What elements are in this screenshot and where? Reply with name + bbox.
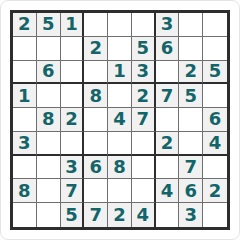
cell-r7c6[interactable] (132, 156, 156, 180)
cell-r6c2[interactable] (37, 132, 61, 156)
cell-r5c4[interactable] (84, 108, 108, 132)
cell-r3c9[interactable]: 5 (203, 61, 227, 85)
cell-r3c8[interactable]: 2 (179, 61, 203, 85)
cell-r5c2[interactable]: 8 (37, 108, 61, 132)
cell-r6c1[interactable]: 3 (13, 132, 37, 156)
cell-r4c2[interactable] (37, 84, 61, 108)
cell-r9c6[interactable]: 4 (132, 203, 156, 227)
cell-r8c6[interactable] (132, 179, 156, 203)
cell-r3c4[interactable] (84, 61, 108, 85)
cell-r8c7[interactable]: 4 (156, 179, 180, 203)
cell-r7c8[interactable]: 7 (179, 156, 203, 180)
cell-r8c3[interactable]: 7 (61, 179, 85, 203)
cell-r6c7[interactable]: 2 (156, 132, 180, 156)
cell-r6c9[interactable]: 4 (203, 132, 227, 156)
sudoku-board: 251325661325182758247632436878746257243 (10, 10, 230, 230)
cell-r2c4[interactable]: 2 (84, 37, 108, 61)
cell-r9c3[interactable]: 5 (61, 203, 85, 227)
cell-r7c7[interactable] (156, 156, 180, 180)
cell-r4c7[interactable]: 7 (156, 84, 180, 108)
cell-r7c2[interactable] (37, 156, 61, 180)
cell-r5c3[interactable]: 2 (61, 108, 85, 132)
cell-r1c8[interactable] (179, 13, 203, 37)
cell-r1c1[interactable]: 2 (13, 13, 37, 37)
cell-r9c1[interactable] (13, 203, 37, 227)
cell-r9c4[interactable]: 7 (84, 203, 108, 227)
cell-r8c9[interactable]: 2 (203, 179, 227, 203)
cell-r1c5[interactable] (108, 13, 132, 37)
cell-r2c3[interactable] (61, 37, 85, 61)
cell-r2c2[interactable] (37, 37, 61, 61)
cell-r5c8[interactable] (179, 108, 203, 132)
cell-r3c3[interactable] (61, 61, 85, 85)
cell-r4c1[interactable]: 1 (13, 84, 37, 108)
cell-r4c5[interactable] (108, 84, 132, 108)
cell-r1c4[interactable] (84, 13, 108, 37)
cell-r6c6[interactable] (132, 132, 156, 156)
cell-r9c5[interactable]: 2 (108, 203, 132, 227)
cell-r9c2[interactable] (37, 203, 61, 227)
cell-r8c4[interactable] (84, 179, 108, 203)
cell-r7c5[interactable]: 8 (108, 156, 132, 180)
cell-r1c7[interactable]: 3 (156, 13, 180, 37)
cell-r2c8[interactable] (179, 37, 203, 61)
cell-r2c6[interactable]: 5 (132, 37, 156, 61)
cell-r5c1[interactable] (13, 108, 37, 132)
cell-r5c9[interactable]: 6 (203, 108, 227, 132)
cell-r5c5[interactable]: 4 (108, 108, 132, 132)
cell-r6c3[interactable] (61, 132, 85, 156)
cell-r3c6[interactable]: 3 (132, 61, 156, 85)
cell-r7c9[interactable] (203, 156, 227, 180)
cell-r2c1[interactable] (13, 37, 37, 61)
cell-r4c6[interactable]: 2 (132, 84, 156, 108)
cell-r4c9[interactable] (203, 84, 227, 108)
cell-r8c2[interactable] (37, 179, 61, 203)
cell-r7c1[interactable] (13, 156, 37, 180)
sudoku-widget: 251325661325182758247632436878746257243 (0, 0, 240, 240)
cell-r5c7[interactable] (156, 108, 180, 132)
cell-r8c8[interactable]: 6 (179, 179, 203, 203)
cell-r2c5[interactable] (108, 37, 132, 61)
cell-r7c3[interactable]: 3 (61, 156, 85, 180)
cell-r9c8[interactable]: 3 (179, 203, 203, 227)
cell-r3c1[interactable] (13, 61, 37, 85)
cell-r4c8[interactable]: 5 (179, 84, 203, 108)
cell-r7c4[interactable]: 6 (84, 156, 108, 180)
cell-r9c7[interactable] (156, 203, 180, 227)
cell-r3c5[interactable]: 1 (108, 61, 132, 85)
cell-r1c3[interactable]: 1 (61, 13, 85, 37)
cell-r8c5[interactable] (108, 179, 132, 203)
cell-r4c4[interactable]: 8 (84, 84, 108, 108)
cell-r1c2[interactable]: 5 (37, 13, 61, 37)
cell-r3c2[interactable]: 6 (37, 61, 61, 85)
cell-r1c6[interactable] (132, 13, 156, 37)
cell-r2c7[interactable]: 6 (156, 37, 180, 61)
cell-r5c6[interactable]: 7 (132, 108, 156, 132)
cell-r6c8[interactable] (179, 132, 203, 156)
cell-r8c1[interactable]: 8 (13, 179, 37, 203)
cell-r4c3[interactable] (61, 84, 85, 108)
cell-r9c9[interactable] (203, 203, 227, 227)
cell-r6c4[interactable] (84, 132, 108, 156)
cell-r6c5[interactable] (108, 132, 132, 156)
cell-r1c9[interactable] (203, 13, 227, 37)
cell-r3c7[interactable] (156, 61, 180, 85)
cell-r2c9[interactable] (203, 37, 227, 61)
